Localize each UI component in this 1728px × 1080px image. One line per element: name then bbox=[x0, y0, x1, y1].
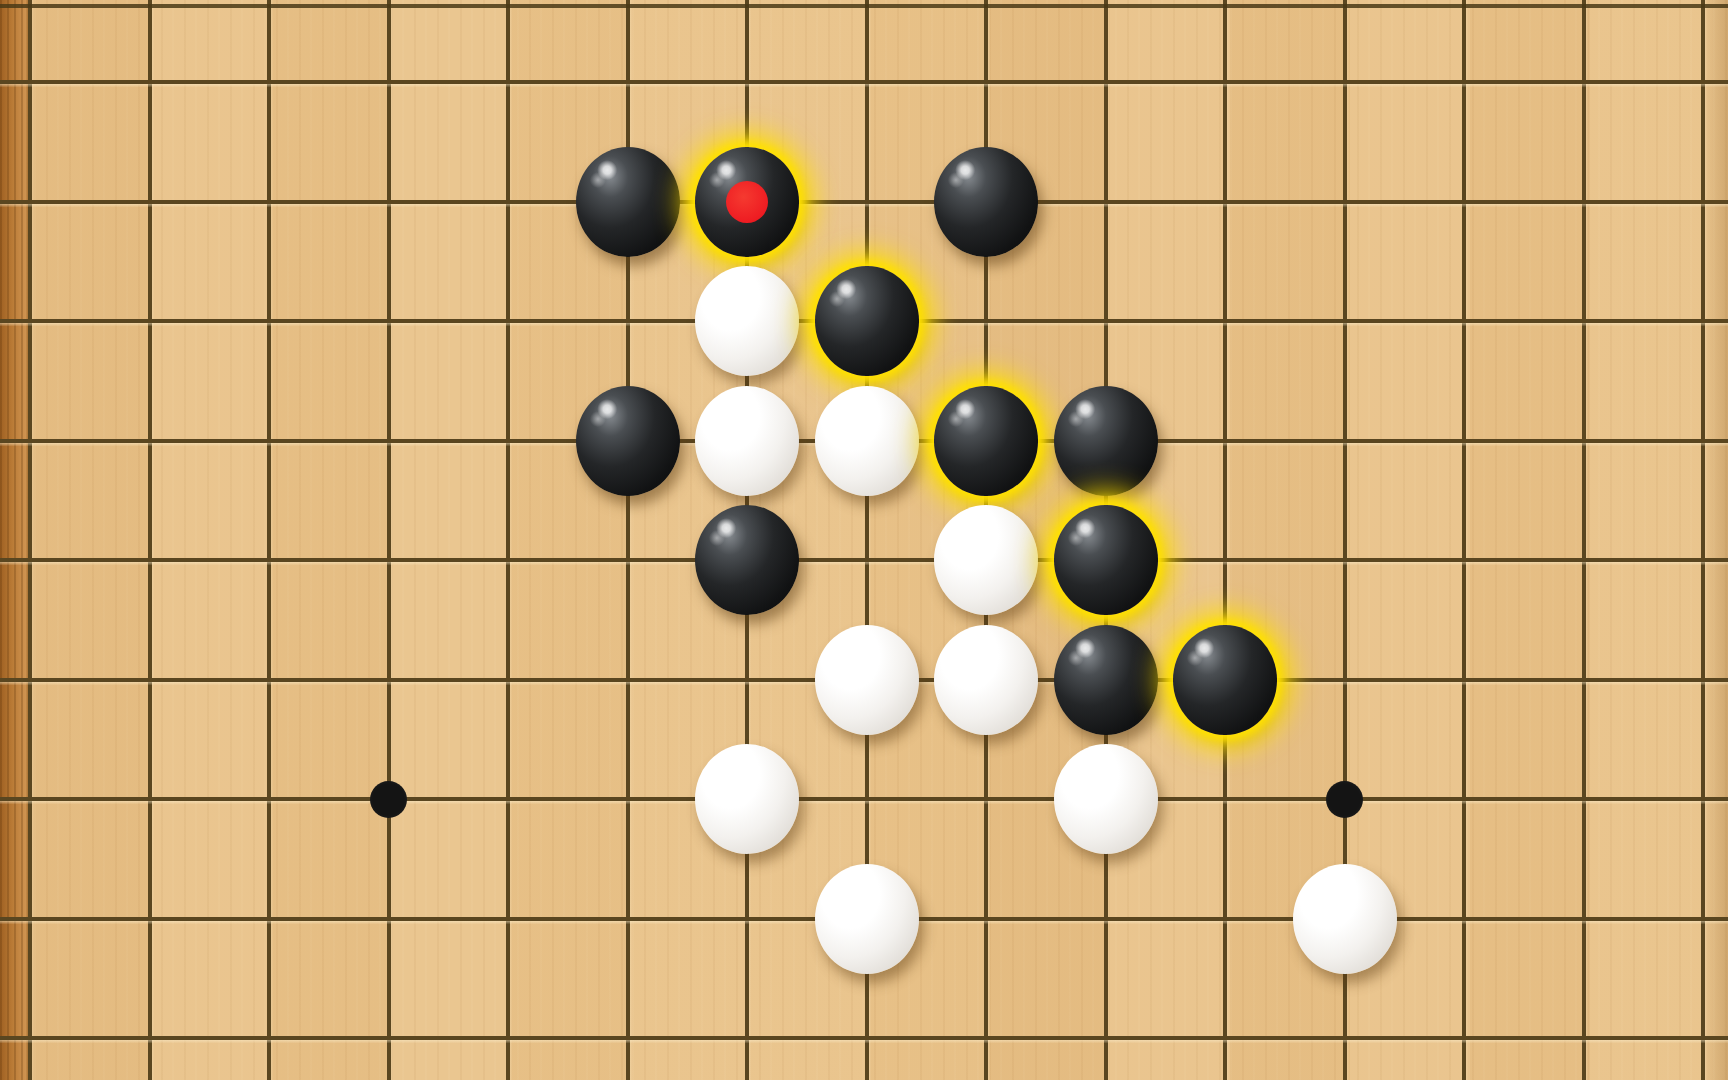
board-intersection[interactable] bbox=[1404, 22, 1524, 142]
white-stone bbox=[815, 386, 919, 496]
black-stone bbox=[1054, 505, 1158, 615]
white-stone bbox=[815, 625, 919, 735]
board-intersection[interactable] bbox=[448, 22, 568, 142]
board-intersection[interactable] bbox=[1643, 142, 1728, 262]
board-intersection[interactable] bbox=[0, 500, 90, 620]
board-intersection[interactable] bbox=[329, 620, 449, 740]
board-intersection[interactable] bbox=[1524, 978, 1644, 1080]
board-intersection[interactable] bbox=[687, 620, 807, 740]
board-intersection[interactable] bbox=[926, 739, 1046, 859]
board-grid[interactable] bbox=[0, 0, 1728, 1080]
board-intersection[interactable] bbox=[1643, 261, 1728, 381]
board-intersection[interactable] bbox=[1165, 739, 1285, 859]
board-intersection[interactable] bbox=[1643, 620, 1728, 740]
board-intersection[interactable] bbox=[1524, 859, 1644, 979]
board-intersection[interactable] bbox=[1643, 381, 1728, 501]
board-intersection[interactable] bbox=[90, 261, 210, 381]
board-intersection[interactable] bbox=[1404, 500, 1524, 620]
board-intersection[interactable] bbox=[1524, 22, 1644, 142]
board-intersection[interactable] bbox=[807, 142, 927, 262]
board-intersection[interactable] bbox=[1285, 978, 1405, 1080]
board-intersection[interactable] bbox=[1165, 859, 1285, 979]
board-intersection[interactable] bbox=[448, 859, 568, 979]
board-intersection[interactable] bbox=[687, 978, 807, 1080]
white-stone bbox=[695, 386, 799, 496]
board-intersection[interactable] bbox=[1524, 381, 1644, 501]
board-intersection[interactable] bbox=[90, 739, 210, 859]
board-intersection[interactable] bbox=[0, 261, 90, 381]
black-stone bbox=[934, 386, 1038, 496]
white-stone bbox=[815, 864, 919, 974]
board-intersection[interactable] bbox=[329, 261, 449, 381]
board-intersection[interactable] bbox=[0, 142, 90, 262]
board-intersection[interactable] bbox=[687, 859, 807, 979]
star-point bbox=[370, 781, 407, 818]
black-stone bbox=[576, 147, 680, 257]
board-intersection[interactable] bbox=[329, 22, 449, 142]
white-stone bbox=[934, 505, 1038, 615]
board-intersection[interactable] bbox=[1643, 978, 1728, 1080]
board-intersection[interactable] bbox=[329, 859, 449, 979]
black-stone bbox=[695, 147, 799, 257]
board-intersection[interactable] bbox=[807, 739, 927, 859]
board-intersection[interactable] bbox=[1165, 22, 1285, 142]
go-board-screenshot bbox=[0, 0, 1728, 1080]
board-intersection[interactable] bbox=[568, 859, 688, 979]
white-stone bbox=[695, 266, 799, 376]
board-intersection[interactable] bbox=[448, 381, 568, 501]
board-intersection[interactable] bbox=[1046, 22, 1166, 142]
board-intersection[interactable] bbox=[1404, 859, 1524, 979]
board-intersection[interactable] bbox=[329, 142, 449, 262]
board-intersection[interactable] bbox=[209, 978, 329, 1080]
board-intersection[interactable] bbox=[1524, 620, 1644, 740]
black-stone bbox=[576, 386, 680, 496]
board-intersection[interactable] bbox=[209, 261, 329, 381]
board-intersection[interactable] bbox=[1643, 500, 1728, 620]
board-intersection[interactable] bbox=[1643, 22, 1728, 142]
board-intersection[interactable] bbox=[1643, 739, 1728, 859]
white-stone bbox=[695, 744, 799, 854]
board-intersection[interactable] bbox=[209, 739, 329, 859]
board-intersection[interactable] bbox=[209, 142, 329, 262]
board-intersection[interactable] bbox=[90, 620, 210, 740]
board-intersection[interactable] bbox=[926, 22, 1046, 142]
board-intersection[interactable] bbox=[448, 500, 568, 620]
board-intersection[interactable] bbox=[1285, 142, 1405, 262]
board-intersection[interactable] bbox=[0, 381, 90, 501]
board-intersection[interactable] bbox=[448, 142, 568, 262]
board-intersection[interactable] bbox=[0, 739, 90, 859]
board-intersection[interactable] bbox=[568, 620, 688, 740]
board-intersection[interactable] bbox=[329, 978, 449, 1080]
star-point bbox=[1326, 781, 1363, 818]
board-intersection[interactable] bbox=[807, 978, 927, 1080]
board-intersection[interactable] bbox=[568, 261, 688, 381]
board-intersection[interactable] bbox=[0, 22, 90, 142]
board-intersection[interactable] bbox=[1404, 142, 1524, 262]
board-intersection[interactable] bbox=[0, 620, 90, 740]
black-stone bbox=[815, 266, 919, 376]
board-intersection[interactable] bbox=[0, 978, 90, 1080]
board-intersection[interactable] bbox=[1524, 500, 1644, 620]
go-board[interactable] bbox=[0, 0, 1728, 1080]
board-intersection[interactable] bbox=[807, 500, 927, 620]
board-intersection[interactable] bbox=[687, 22, 807, 142]
board-intersection[interactable] bbox=[568, 739, 688, 859]
board-intersection[interactable] bbox=[1285, 500, 1405, 620]
board-intersection[interactable] bbox=[0, 859, 90, 979]
board-intersection[interactable] bbox=[1285, 22, 1405, 142]
board-intersection[interactable] bbox=[926, 859, 1046, 979]
white-stone bbox=[934, 625, 1038, 735]
board-intersection[interactable] bbox=[1524, 142, 1644, 262]
board-intersection[interactable] bbox=[1524, 739, 1644, 859]
board-intersection[interactable] bbox=[209, 620, 329, 740]
white-stone bbox=[1054, 744, 1158, 854]
board-intersection[interactable] bbox=[209, 381, 329, 501]
board-intersection[interactable] bbox=[448, 739, 568, 859]
board-intersection[interactable] bbox=[1404, 978, 1524, 1080]
board-intersection[interactable] bbox=[329, 500, 449, 620]
board-intersection[interactable] bbox=[209, 22, 329, 142]
board-intersection[interactable] bbox=[568, 500, 688, 620]
black-stone bbox=[1173, 625, 1277, 735]
board-intersection[interactable] bbox=[926, 978, 1046, 1080]
board-intersection[interactable] bbox=[926, 261, 1046, 381]
board-intersection[interactable] bbox=[1046, 859, 1166, 979]
board-intersection[interactable] bbox=[1165, 142, 1285, 262]
board-intersection[interactable] bbox=[1165, 261, 1285, 381]
board-intersection[interactable] bbox=[90, 978, 210, 1080]
board-intersection[interactable] bbox=[568, 22, 688, 142]
board-intersection[interactable] bbox=[90, 22, 210, 142]
board-intersection[interactable] bbox=[1404, 381, 1524, 501]
board-intersection[interactable] bbox=[1285, 620, 1405, 740]
board-intersection[interactable] bbox=[329, 381, 449, 501]
board-intersection[interactable] bbox=[1404, 261, 1524, 381]
black-stone bbox=[695, 505, 799, 615]
board-intersection[interactable] bbox=[1046, 978, 1166, 1080]
board-intersection[interactable] bbox=[1404, 620, 1524, 740]
board-intersection[interactable] bbox=[1165, 978, 1285, 1080]
black-stone bbox=[934, 147, 1038, 257]
board-intersection[interactable] bbox=[1404, 739, 1524, 859]
board-intersection[interactable] bbox=[448, 620, 568, 740]
board-intersection[interactable] bbox=[209, 859, 329, 979]
board-intersection[interactable] bbox=[1285, 381, 1405, 501]
last-move-marker bbox=[726, 181, 768, 223]
board-intersection[interactable] bbox=[90, 142, 210, 262]
grid-line-top bbox=[0, 4, 1728, 8]
board-intersection[interactable] bbox=[568, 978, 688, 1080]
board-intersection[interactable] bbox=[1285, 261, 1405, 381]
board-intersection[interactable] bbox=[807, 22, 927, 142]
board-intersection[interactable] bbox=[90, 500, 210, 620]
board-intersection[interactable] bbox=[209, 500, 329, 620]
board-intersection[interactable] bbox=[448, 978, 568, 1080]
black-stone bbox=[1054, 625, 1158, 735]
board-intersection[interactable] bbox=[90, 381, 210, 501]
board-intersection[interactable] bbox=[90, 859, 210, 979]
white-stone bbox=[1293, 864, 1397, 974]
board-intersection[interactable] bbox=[1643, 859, 1728, 979]
board-intersection[interactable] bbox=[1165, 381, 1285, 501]
board-intersection[interactable] bbox=[1165, 500, 1285, 620]
board-intersection[interactable] bbox=[448, 261, 568, 381]
black-stone bbox=[1054, 386, 1158, 496]
board-intersection[interactable] bbox=[1046, 261, 1166, 381]
board-intersection[interactable] bbox=[1524, 261, 1644, 381]
board-intersection[interactable] bbox=[1046, 142, 1166, 262]
